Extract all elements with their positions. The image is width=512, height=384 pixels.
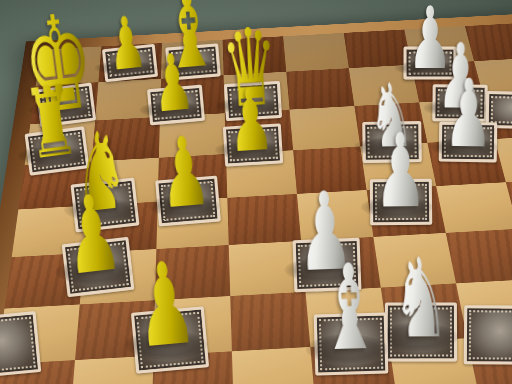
silver-pawn-d2[interactable]: ♟ <box>443 67 493 162</box>
silver-pawn-e3[interactable]: ♟ <box>373 120 427 223</box>
chess-app-3d-view: ♚♜♛♝♞♟♟♟♟♟♟♞♟♟♟♟♟♝♞ <box>0 0 512 384</box>
gold-pawn-a7[interactable]: ♟ <box>104 5 149 81</box>
silver-bishop-g4[interactable]: ♝ <box>317 248 382 368</box>
silver-knight-g3[interactable]: ♞ <box>392 243 450 353</box>
gold-pawn-e6[interactable]: ♟ <box>155 123 213 223</box>
square-plate-g2 <box>464 305 512 365</box>
gold-pawn-b6[interactable]: ♟ <box>149 42 196 123</box>
gold-pawn-g6[interactable]: ♟ <box>131 246 200 365</box>
square-plate-g8 <box>0 311 41 379</box>
gold-pawn-d5[interactable]: ♟ <box>226 76 276 165</box>
pieces-layer: ♚♜♛♝♞♟♟♟♟♟♟♞♟♟♟♟♟♝♞ <box>0 0 512 384</box>
